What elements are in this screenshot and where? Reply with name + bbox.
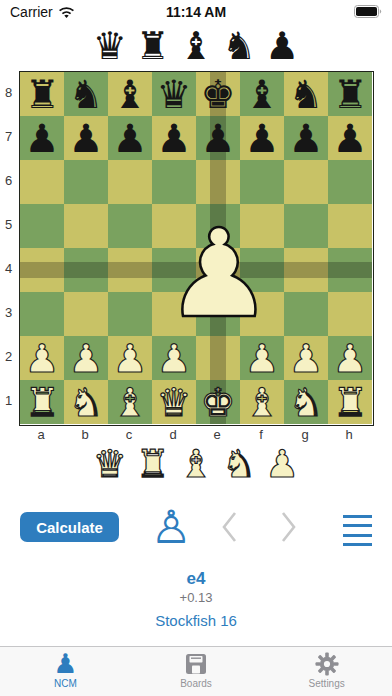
file-labels: abcdefgh [19, 427, 371, 443]
square-b6[interactable] [64, 160, 108, 204]
black-knight-tray-piece[interactable]: ♞ [222, 26, 256, 66]
square-c5[interactable] [108, 204, 152, 248]
white-pawn-a2[interactable]: ♟ [20, 336, 64, 380]
black-bishop-c8[interactable]: ♝ [108, 72, 152, 116]
square-a2[interactable]: ♟ [20, 336, 64, 380]
square-h7[interactable]: ♟ [328, 116, 372, 160]
square-c8[interactable]: ♝ [108, 72, 152, 116]
square-c6[interactable] [108, 160, 152, 204]
black-king-e8[interactable]: ♚ [196, 72, 240, 116]
white-knight-tray-piece[interactable]: ♞ [222, 444, 256, 484]
tab-bar: ♟ NCM Boards Settings [0, 646, 392, 696]
black-rook-tray-piece[interactable]: ♜ [136, 26, 170, 66]
white-pawn-h2[interactable]: ♟ [328, 336, 372, 380]
save-icon [185, 653, 207, 675]
square-f1[interactable]: ♝ [240, 380, 284, 424]
magnified-white-pawn-e4[interactable]: ♟ [164, 213, 273, 335]
square-g5[interactable] [284, 204, 328, 248]
square-g2[interactable]: ♟ [284, 336, 328, 380]
white-bishop-f1[interactable]: ♝ [240, 380, 284, 424]
square-g7[interactable]: ♟ [284, 116, 328, 160]
white-queen-tray-piece[interactable]: ♛ [93, 444, 127, 484]
black-pawn-d7[interactable]: ♟ [152, 116, 196, 160]
black-pawn-b7[interactable]: ♟ [64, 116, 108, 160]
calculate-button[interactable]: Calculate [20, 512, 119, 542]
black-queen-tray-piece[interactable]: ♛ [93, 26, 127, 66]
square-d1[interactable]: ♛ [152, 380, 196, 424]
tab-settings[interactable]: Settings [261, 647, 392, 696]
white-rook-tray-piece[interactable]: ♜ [136, 444, 170, 484]
black-queen-d8[interactable]: ♛ [152, 72, 196, 116]
black-knight-b8[interactable]: ♞ [64, 72, 108, 116]
chess-board[interactable]: ♜♞♝♛♚♝♞♜♟♟♟♟♟♟♟♟♟♟♟♟♟♟♟♜♞♝♛♚♝♞♜ ♟ [19, 71, 374, 426]
hamburger-icon[interactable] [343, 515, 372, 546]
rank-label-7: 7 [0, 115, 17, 159]
black-bishop-f8[interactable]: ♝ [240, 72, 284, 116]
black-pawn-a7[interactable]: ♟ [20, 116, 64, 160]
battery-icon [354, 5, 382, 18]
engine-link[interactable]: Stockfish 16 [0, 612, 392, 629]
square-h2[interactable]: ♟ [328, 336, 372, 380]
file-label-b: b [63, 427, 107, 443]
white-pawn-g2[interactable]: ♟ [284, 336, 328, 380]
square-h5[interactable] [328, 204, 372, 248]
square-a3[interactable] [20, 292, 64, 336]
black-knight-g8[interactable]: ♞ [284, 72, 328, 116]
pawn-icon: ♟ [53, 651, 77, 677]
square-g1[interactable]: ♞ [284, 380, 328, 424]
square-e1[interactable]: ♚ [196, 380, 240, 424]
best-move-label: e4 [0, 569, 392, 589]
square-g3[interactable] [284, 292, 328, 336]
tab-boards[interactable]: Boards [131, 647, 262, 696]
white-pawn-tray-piece[interactable]: ♟ [265, 444, 299, 484]
file-label-h: h [327, 427, 371, 443]
chevron-left-icon[interactable] [218, 510, 242, 544]
black-pawn-tray-piece[interactable]: ♟ [265, 26, 299, 66]
file-label-g: g [283, 427, 327, 443]
square-f8[interactable]: ♝ [240, 72, 284, 116]
square-a7[interactable]: ♟ [20, 116, 64, 160]
file-label-a: a [19, 427, 63, 443]
rank-labels: 87654321 [0, 71, 17, 423]
white-king-e1[interactable]: ♚ [196, 380, 240, 424]
white-queen-d1[interactable]: ♛ [152, 380, 196, 424]
white-pawn-c2[interactable]: ♟ [108, 336, 152, 380]
white-bishop-tray-piece[interactable]: ♝ [179, 444, 213, 484]
square-f7[interactable]: ♟ [240, 116, 284, 160]
file-label-d: d [151, 427, 195, 443]
clock: 11:14 AM [0, 4, 392, 20]
square-f6[interactable] [240, 160, 284, 204]
square-h3[interactable] [328, 292, 372, 336]
square-b3[interactable] [64, 292, 108, 336]
white-turn-pawn-icon[interactable]: ♙ [150, 504, 191, 550]
square-b2[interactable]: ♟ [64, 336, 108, 380]
black-rook-a8[interactable]: ♜ [20, 72, 64, 116]
tab-ncm[interactable]: ♟ NCM [0, 647, 131, 696]
square-b7[interactable]: ♟ [64, 116, 108, 160]
white-pawn-b2[interactable]: ♟ [64, 336, 108, 380]
square-g6[interactable] [284, 160, 328, 204]
gear-icon [315, 652, 339, 676]
square-b5[interactable] [64, 204, 108, 248]
white-bishop-c1[interactable]: ♝ [108, 380, 152, 424]
square-g8[interactable]: ♞ [284, 72, 328, 116]
square-c2[interactable]: ♟ [108, 336, 152, 380]
square-c7[interactable]: ♟ [108, 116, 152, 160]
black-piece-tray: ♛♜♝♞♟ [0, 26, 392, 66]
square-h8[interactable]: ♜ [328, 72, 372, 116]
file-label-f: f [239, 427, 283, 443]
square-d8[interactable]: ♛ [152, 72, 196, 116]
square-h1[interactable]: ♜ [328, 380, 372, 424]
chevron-right-icon[interactable] [276, 510, 300, 544]
black-pawn-e7[interactable]: ♟ [196, 116, 240, 160]
square-a5[interactable] [20, 204, 64, 248]
black-pawn-h7[interactable]: ♟ [328, 116, 372, 160]
evaluation-label: +0.13 [0, 590, 392, 605]
square-b1[interactable]: ♞ [64, 380, 108, 424]
black-pawn-f7[interactable]: ♟ [240, 116, 284, 160]
square-e7[interactable]: ♟ [196, 116, 240, 160]
file-label-c: c [107, 427, 151, 443]
rank-label-1: 1 [0, 379, 17, 423]
square-a8[interactable]: ♜ [20, 72, 64, 116]
black-rook-h8[interactable]: ♜ [328, 72, 372, 116]
rank-label-8: 8 [0, 71, 17, 115]
white-rook-a1[interactable]: ♜ [20, 380, 64, 424]
rank-label-3: 3 [0, 291, 17, 335]
square-d6[interactable] [152, 160, 196, 204]
status-bar: Carrier 11:14 AM [0, 0, 392, 24]
rank-label-5: 5 [0, 203, 17, 247]
rank-label-4: 4 [0, 247, 17, 291]
black-pawn-g7[interactable]: ♟ [284, 116, 328, 160]
square-e8[interactable]: ♚ [196, 72, 240, 116]
black-bishop-tray-piece[interactable]: ♝ [179, 26, 213, 66]
black-pawn-c7[interactable]: ♟ [108, 116, 152, 160]
square-c1[interactable]: ♝ [108, 380, 152, 424]
square-a1[interactable]: ♜ [20, 380, 64, 424]
white-piece-tray: ♛♜♝♞♟ [0, 444, 392, 484]
rank-label-6: 6 [0, 159, 17, 203]
square-a6[interactable] [20, 160, 64, 204]
square-b8[interactable]: ♞ [64, 72, 108, 116]
square-h6[interactable] [328, 160, 372, 204]
white-rook-h1[interactable]: ♜ [328, 380, 372, 424]
square-c3[interactable] [108, 292, 152, 336]
white-knight-b1[interactable]: ♞ [64, 380, 108, 424]
white-knight-g1[interactable]: ♞ [284, 380, 328, 424]
file-label-e: e [195, 427, 239, 443]
rank-label-2: 2 [0, 335, 17, 379]
square-d7[interactable]: ♟ [152, 116, 196, 160]
